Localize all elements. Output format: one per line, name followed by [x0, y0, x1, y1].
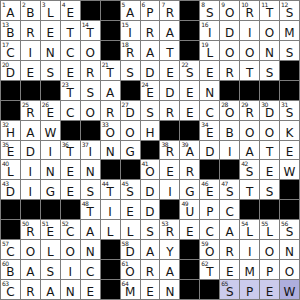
cell-r10c7[interactable]: 45S	[121, 180, 140, 199]
cell-r6c4[interactable]: C	[61, 101, 80, 120]
cell-letter: C	[200, 107, 219, 119]
cell-r9c14[interactable]: E	[260, 160, 279, 179]
cell-letter: E	[160, 166, 179, 178]
cursor-cell-r15c15[interactable]: W	[280, 280, 299, 299]
cell-r9c4[interactable]: E	[61, 160, 80, 179]
cell-letter: O	[61, 246, 80, 258]
cell-r12c12[interactable]: A	[220, 220, 239, 239]
cell-letter: A	[160, 266, 179, 278]
cell-r14c12[interactable]: E	[220, 260, 239, 279]
cell-letter: N	[260, 47, 279, 59]
cell-letter: N	[160, 286, 179, 298]
cell-r14c5[interactable]: C	[81, 260, 100, 279]
cell-letter: G	[180, 186, 199, 198]
cell-r13c8[interactable]: A	[141, 240, 160, 259]
cell-letter: E	[41, 226, 60, 238]
cell-letter: L	[121, 226, 140, 238]
cell-r4c6[interactable]: 21T	[101, 61, 120, 80]
cell-r3c5[interactable]: O	[81, 41, 100, 60]
cell-r15c7[interactable]: 64M	[121, 280, 140, 299]
cell-letter: C	[1, 47, 20, 59]
black-square-r11c2	[21, 200, 40, 219]
cell-letter: T	[240, 186, 259, 198]
cell-letter: C	[1, 246, 20, 258]
cell-letter: I	[41, 146, 60, 158]
cell-letter: E	[1, 146, 20, 158]
cell-r8c1[interactable]: 35E	[1, 141, 20, 160]
cell-letter: S	[141, 226, 160, 238]
cell-letter: O	[260, 127, 279, 139]
cell-r5c8[interactable]: 24E	[141, 81, 160, 100]
cell-letter: L	[200, 47, 219, 59]
cell-r7c15[interactable]: K	[280, 121, 299, 140]
black-square-r2c6	[101, 21, 120, 40]
cell-r4c9[interactable]: E	[160, 61, 179, 80]
cell-r13c15[interactable]: N	[280, 240, 299, 259]
cell-r13c1[interactable]: 57C	[1, 240, 20, 259]
cell-r10c6[interactable]: 44T	[101, 180, 120, 199]
cell-r8c6[interactable]: N	[101, 141, 120, 160]
cell-letter: D	[121, 246, 140, 258]
cell-r8c13[interactable]: A	[240, 141, 259, 160]
black-square-r7c4	[61, 121, 80, 140]
cell-letter: G	[41, 186, 60, 198]
cell-r2c4[interactable]: T	[61, 21, 80, 40]
cell-r10c12[interactable]: 47S	[220, 180, 239, 199]
cell-letter: I	[121, 27, 140, 39]
cell-r3c4[interactable]: C	[61, 41, 80, 60]
black-square-r4c15	[280, 61, 299, 80]
cell-r3c8[interactable]: A	[141, 41, 160, 60]
cell-letter: R	[220, 246, 239, 258]
black-square-r15c10	[180, 280, 199, 299]
cell-r12c14[interactable]: 55L	[260, 220, 279, 239]
cell-r10c2[interactable]: I	[21, 180, 40, 199]
cell-letter: I	[200, 27, 219, 39]
cell-r6c2[interactable]: 25R	[21, 101, 40, 120]
cell-r6c6[interactable]: R	[101, 101, 120, 120]
cell-r5c9[interactable]: D	[160, 81, 179, 100]
cell-letter: A	[1, 7, 20, 19]
cell-r9c8[interactable]: 41O	[141, 160, 160, 179]
cell-letter: D	[141, 186, 160, 198]
cell-r1c2[interactable]: 2B	[21, 1, 40, 20]
cell-r11c8[interactable]: D	[141, 200, 160, 219]
cell-r7c8[interactable]: H	[141, 121, 160, 140]
cell-letter: N	[200, 87, 219, 99]
cell-letter: R	[21, 226, 40, 238]
cell-r7c6[interactable]: 33O	[101, 121, 120, 140]
cell-r14c2[interactable]: A	[21, 260, 40, 279]
cell-r6c15[interactable]: 31S	[280, 101, 299, 120]
black-square-r14c10	[180, 260, 199, 279]
cell-r11c12[interactable]: C	[220, 200, 239, 219]
black-square-r2c10	[180, 21, 199, 40]
cell-r6c9[interactable]: R	[160, 101, 179, 120]
cell-letter: D	[160, 87, 179, 99]
cell-r13c5[interactable]: N	[81, 240, 100, 259]
cell-letter: S	[260, 67, 279, 79]
cell-r12c5[interactable]: A	[81, 220, 100, 239]
cell-letter: O	[81, 47, 100, 59]
cell-r15c13[interactable]: P	[240, 280, 259, 299]
cell-r2c12[interactable]: D	[220, 21, 239, 40]
cell-r7c11[interactable]: 34E	[200, 121, 219, 140]
cell-letter: I	[160, 186, 179, 198]
cell-letter: R	[160, 7, 179, 19]
cell-r8c9[interactable]: 38R	[160, 141, 179, 160]
cell-letter: E	[200, 186, 219, 198]
cell-letter: M	[280, 27, 299, 39]
cell-r12c10[interactable]: E	[180, 220, 199, 239]
cell-r14c7[interactable]: 61O	[121, 260, 140, 279]
cell-r10c9[interactable]: I	[160, 180, 179, 199]
black-square-r9c7	[121, 160, 140, 179]
cell-r9c13[interactable]: 42S	[240, 160, 259, 179]
cell-letter: E	[200, 127, 219, 139]
cell-r13c4[interactable]: O	[61, 240, 80, 259]
cell-r1c12[interactable]: 9O	[220, 1, 239, 20]
cell-r15c9[interactable]: N	[160, 280, 179, 299]
cell-r15c5[interactable]: E	[81, 280, 100, 299]
cell-r13c2[interactable]: O	[21, 240, 40, 259]
cell-letter: E	[41, 107, 60, 119]
cell-r8c4[interactable]: 36T	[61, 141, 80, 160]
cell-r13c13[interactable]: I	[240, 240, 259, 259]
cell-letter: I	[81, 146, 100, 158]
cell-r8c10[interactable]: 39A	[180, 141, 199, 160]
cell-r14c13[interactable]: M	[240, 260, 259, 279]
cell-r10c10[interactable]: G	[180, 180, 199, 199]
cell-letter: N	[280, 246, 299, 258]
black-square-r9c12	[220, 160, 239, 179]
cell-r6c13[interactable]: 29R	[240, 101, 259, 120]
cell-letter: E	[61, 166, 80, 178]
cell-letter: O	[21, 246, 40, 258]
cell-r2c11[interactable]: 16I	[200, 21, 219, 40]
cell-letter: S	[280, 107, 299, 119]
cell-r5c5[interactable]: S	[81, 81, 100, 100]
cell-r6c8[interactable]: S	[141, 101, 160, 120]
cell-r9c15[interactable]: W	[280, 160, 299, 179]
black-square-r7c9	[160, 121, 179, 140]
cell-r4c5[interactable]: R	[81, 61, 100, 80]
cell-r2c9[interactable]: A	[160, 21, 179, 40]
cell-r14c3[interactable]: S	[41, 260, 60, 279]
cell-letter: E	[61, 67, 80, 79]
cell-r7c14[interactable]: O	[260, 121, 279, 140]
cell-r12c8[interactable]: S	[141, 220, 160, 239]
cell-r8c5[interactable]: 37I	[81, 141, 100, 160]
cell-r1c7[interactable]: 5A	[121, 1, 140, 20]
cell-r10c4[interactable]: E	[61, 180, 80, 199]
cell-letter: O	[101, 127, 120, 139]
black-square-r5c1	[1, 81, 20, 100]
cell-r14c8[interactable]: R	[141, 260, 160, 279]
cell-r3c14[interactable]: N	[260, 41, 279, 60]
cell-r15c3[interactable]: A	[41, 280, 60, 299]
cell-r3c7[interactable]: 18R	[121, 41, 140, 60]
cell-letter: O	[220, 7, 239, 19]
cell-letter: S	[220, 186, 239, 198]
cell-r11c10[interactable]: 49U	[180, 200, 199, 219]
cell-letter: E	[260, 286, 279, 298]
cell-letter: A	[141, 47, 160, 59]
cell-r13c7[interactable]: 58D	[121, 240, 140, 259]
cell-r6c10[interactable]: E	[180, 101, 199, 120]
cell-r15c14[interactable]: E	[260, 280, 279, 299]
cell-letter: B	[1, 266, 20, 278]
cell-letter: C	[61, 107, 80, 119]
cell-r4c14[interactable]: S	[260, 61, 279, 80]
cell-r1c1[interactable]: 1A	[1, 1, 20, 20]
cell-r6c5[interactable]: O	[81, 101, 100, 120]
cell-r14c15[interactable]: O	[280, 260, 299, 279]
cell-r10c13[interactable]: T	[240, 180, 259, 199]
cell-r2c1[interactable]: 13B	[1, 21, 20, 40]
cell-letter: O	[280, 266, 299, 278]
black-square-r11c13	[240, 200, 259, 219]
cell-letter: I	[240, 27, 259, 39]
cell-r13c12[interactable]: R	[220, 240, 239, 259]
cell-letter: E	[200, 67, 219, 79]
cell-r2c5[interactable]: 14T	[81, 21, 100, 40]
cell-letter: E	[121, 206, 140, 218]
cell-r14c1[interactable]: 60B	[1, 260, 20, 279]
cell-r3c9[interactable]: T	[160, 41, 179, 60]
cell-r1c11[interactable]: 8S	[200, 1, 219, 20]
cell-letter: S	[81, 87, 100, 99]
cell-r8c11[interactable]: D	[200, 141, 219, 160]
cell-letter: T	[200, 266, 219, 278]
cell-letter: H	[141, 127, 160, 139]
cell-r2c13[interactable]: I	[240, 21, 259, 40]
cell-letter: T	[61, 87, 80, 99]
cell-r1c4[interactable]: 4E	[61, 1, 80, 20]
cell-letter: U	[180, 206, 199, 218]
cell-r3c1[interactable]: 17C	[1, 41, 20, 60]
cell-r2c14[interactable]: O	[260, 21, 279, 40]
cell-r9c9[interactable]: E	[160, 160, 179, 179]
cell-r12c6[interactable]: L	[101, 220, 120, 239]
cell-letter: S	[81, 186, 100, 198]
cell-r4c7[interactable]: S	[121, 61, 140, 80]
cell-r13c3[interactable]: L	[41, 240, 60, 259]
cell-r3c2[interactable]: I	[21, 41, 40, 60]
black-square-r7c5	[81, 121, 100, 140]
cell-letter: I	[21, 166, 40, 178]
cell-r14c14[interactable]: P	[260, 260, 279, 279]
cell-r9c10[interactable]: R	[180, 160, 199, 179]
cell-letter: D	[200, 146, 219, 158]
cell-letter: O	[260, 246, 279, 258]
cell-r14c11[interactable]: 62T	[200, 260, 219, 279]
cell-r4c8[interactable]: D	[141, 61, 160, 80]
cell-r11c11[interactable]: P	[200, 200, 219, 219]
cell-r8c15[interactable]: E	[280, 141, 299, 160]
cell-r10c14[interactable]: S	[260, 180, 279, 199]
cell-letter: E	[180, 107, 199, 119]
cell-r9c2[interactable]: I	[21, 160, 40, 179]
black-square-r9c6	[101, 160, 120, 179]
cell-r8c2[interactable]: D	[21, 141, 40, 160]
cell-r14c4[interactable]: I	[61, 260, 80, 279]
cell-r12c11[interactable]: C	[200, 220, 219, 239]
cell-r9c1[interactable]: 40L	[1, 160, 20, 179]
cell-r9c3[interactable]: N	[41, 160, 60, 179]
cell-r3c3[interactable]: N	[41, 41, 60, 60]
cell-r2c7[interactable]: 15I	[121, 21, 140, 40]
cell-letter: E	[61, 186, 80, 198]
cell-letter: D	[220, 27, 239, 39]
cell-r7c7[interactable]: O	[121, 121, 140, 140]
cell-r3c15[interactable]: S	[280, 41, 299, 60]
cell-r12c2[interactable]: 50R	[21, 220, 40, 239]
cell-letter: E	[180, 226, 199, 238]
cell-letter: E	[280, 146, 299, 158]
cell-r5c11[interactable]: N	[200, 81, 219, 100]
cell-letter: R	[160, 107, 179, 119]
cell-letter: H	[1, 127, 20, 139]
cell-r12c4[interactable]: 52C	[61, 220, 80, 239]
cell-r1c3[interactable]: 3L	[41, 1, 60, 20]
cell-r7c2[interactable]: A	[21, 121, 40, 140]
cell-r6c11[interactable]: C	[200, 101, 219, 120]
cell-r13c9[interactable]: Y	[160, 240, 179, 259]
cell-letter: S	[141, 107, 160, 119]
cell-r8c14[interactable]: T	[260, 141, 279, 160]
black-square-r11c14	[260, 200, 279, 219]
cell-r2c8[interactable]: R	[141, 21, 160, 40]
cell-letter: L	[240, 226, 259, 238]
cell-r12c13[interactable]: 54L	[240, 220, 259, 239]
cell-r1c15[interactable]: 12S	[280, 1, 299, 20]
cell-r15c1[interactable]: 63C	[1, 280, 20, 299]
black-square-r5c12	[220, 81, 239, 100]
cell-r7c13[interactable]: O	[240, 121, 259, 140]
black-square-r5c3	[41, 81, 60, 100]
cell-r15c12[interactable]: 65S	[220, 280, 239, 299]
cell-r1c8[interactable]: 6P	[141, 1, 160, 20]
cell-r15c8[interactable]: E	[141, 280, 160, 299]
cell-r15c4[interactable]: N	[61, 280, 80, 299]
cell-letter: B	[1, 27, 20, 39]
cell-r15c2[interactable]: R	[21, 280, 40, 299]
cell-r8c3[interactable]: I	[41, 141, 60, 160]
cell-r5c10[interactable]: E	[180, 81, 199, 100]
cell-r5c4[interactable]: 23T	[61, 81, 80, 100]
cell-letter: A	[21, 266, 40, 278]
cell-letter: R	[141, 266, 160, 278]
cell-letter: G	[121, 146, 140, 158]
cell-r2c3[interactable]: E	[41, 21, 60, 40]
cell-r3c11[interactable]: 19L	[200, 41, 219, 60]
cell-r4c3[interactable]: S	[41, 61, 60, 80]
cell-r7c12[interactable]: B	[220, 121, 239, 140]
black-square-r11c1	[1, 200, 20, 219]
cell-letter: S	[121, 186, 140, 198]
cell-r11c6[interactable]: I	[101, 200, 120, 219]
cell-r4c4[interactable]: E	[61, 61, 80, 80]
cell-r6c12[interactable]: 28O	[220, 101, 239, 120]
cell-r1c14[interactable]: 11T	[260, 1, 279, 20]
cell-r4c11[interactable]: E	[200, 61, 219, 80]
cell-r10c3[interactable]: G	[41, 180, 60, 199]
cell-r12c9[interactable]: 53R	[160, 220, 179, 239]
cell-r6c3[interactable]: 26E	[41, 101, 60, 120]
cell-r4c1[interactable]: 20D	[1, 61, 20, 80]
black-square-r3c6	[101, 41, 120, 60]
cell-letter: C	[1, 286, 20, 298]
cell-letter: L	[101, 226, 120, 238]
cell-r5c6[interactable]: A	[101, 81, 120, 100]
black-square-r14c6	[101, 260, 120, 279]
cell-r7c1[interactable]: 32H	[1, 121, 20, 140]
cell-letter: O	[220, 107, 239, 119]
cell-r8c7[interactable]: G	[121, 141, 140, 160]
cell-r2c15[interactable]: M	[280, 21, 299, 40]
cell-r3c13[interactable]: O	[240, 41, 259, 60]
cell-r6c14[interactable]: 30D	[260, 101, 279, 120]
cell-r1c9[interactable]: 7R	[160, 1, 179, 20]
crossword-grid: 1A2B3L4E5A6P7R8S9O10R11T12S13BRET14T15IR…	[0, 0, 300, 300]
cell-letter: S	[280, 7, 299, 19]
cell-letter: R	[21, 286, 40, 298]
cell-r12c3[interactable]: 51E	[41, 220, 60, 239]
cell-r4c13[interactable]: T	[240, 61, 259, 80]
black-square-r5c2	[21, 81, 40, 100]
cell-r14c9[interactable]: A	[160, 260, 179, 279]
cell-r4c10[interactable]: 22S	[180, 61, 199, 80]
cell-r11c5[interactable]: 48T	[81, 200, 100, 219]
cell-r3c12[interactable]: O	[220, 41, 239, 60]
cell-letter: O	[121, 127, 140, 139]
cell-r1c13[interactable]: 10R	[240, 1, 259, 20]
cell-letter: P	[200, 206, 219, 218]
cell-r10c5[interactable]: S	[81, 180, 100, 199]
cell-r7c3[interactable]: W	[41, 121, 60, 140]
cell-letter: R	[141, 27, 160, 39]
cell-letter: E	[141, 286, 160, 298]
cell-letter: C	[61, 47, 80, 59]
cell-letter: K	[280, 127, 299, 139]
cell-letter: R	[121, 47, 140, 59]
cell-r13c11[interactable]: 59O	[200, 240, 219, 259]
cell-r10c1[interactable]: 43D	[1, 180, 20, 199]
cell-r11c7[interactable]: E	[121, 200, 140, 219]
cell-r9c5[interactable]: N	[81, 160, 100, 179]
cell-letter: S	[280, 226, 299, 238]
cell-r12c7[interactable]: L	[121, 220, 140, 239]
cell-letter: C	[61, 226, 80, 238]
cell-letter: R	[180, 166, 199, 178]
cell-r8c12[interactable]: I	[220, 141, 239, 160]
cell-letter: O	[141, 166, 160, 178]
cell-letter: D	[260, 107, 279, 119]
cell-letter: A	[121, 7, 140, 19]
cell-letter: N	[61, 286, 80, 298]
cell-r10c11[interactable]: 46E	[200, 180, 219, 199]
cell-letter: S	[41, 266, 60, 278]
cell-r13c14[interactable]: O	[260, 240, 279, 259]
cell-r4c2[interactable]: E	[21, 61, 40, 80]
cell-r2c2[interactable]: R	[21, 21, 40, 40]
black-square-r9c11	[200, 160, 219, 179]
cell-r10c8[interactable]: D	[141, 180, 160, 199]
cell-r4c12[interactable]: R	[220, 61, 239, 80]
cell-r12c15[interactable]: 56S	[280, 220, 299, 239]
cell-r6c7[interactable]: 27D	[121, 101, 140, 120]
